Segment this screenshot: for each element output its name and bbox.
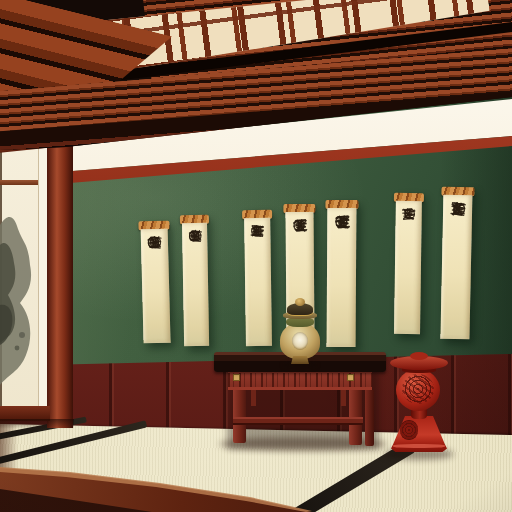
panel-crossbar: [0, 180, 38, 185]
table-leg: [365, 390, 374, 446]
table-spandrel: [341, 390, 346, 406]
calligraphy-scroll-1: [140, 221, 170, 344]
calligraphy-scroll-2: [182, 215, 209, 346]
scroll-glyph-column: [141, 235, 171, 338]
lantern-openwork: [402, 374, 434, 404]
calligraphy-scroll-5: [326, 200, 356, 347]
shoji-wall: [0, 140, 74, 432]
lantern-base-relief: [400, 420, 418, 440]
calligraphy-glyph: [448, 200, 466, 218]
lidded-jar: [279, 298, 321, 368]
jar-knob: [295, 298, 305, 306]
calligraphy-scroll-3: [244, 210, 272, 346]
scroll-glyph-column: [327, 214, 357, 341]
table-stretcher: [233, 417, 363, 425]
ink-painting: [0, 185, 38, 416]
calligraphy-glyph: [145, 234, 161, 250]
calligraphy-glyph: [403, 207, 417, 221]
calligraphy-glyph: [332, 213, 350, 231]
calligraphy-glyph: [186, 228, 201, 243]
brass-mount: [233, 374, 240, 381]
jar-body: [280, 323, 320, 359]
jar-foot: [291, 356, 309, 364]
corner-post: [47, 142, 73, 428]
jar-floral-medallion: [292, 332, 308, 350]
lantern-finial: [410, 352, 428, 360]
lantern-base-rim: [393, 444, 445, 448]
scroll-glyph-column: [441, 201, 473, 334]
scroll-glyph-column: [394, 207, 422, 328]
brass-mount: [347, 374, 354, 381]
scroll-glyph-column: [244, 224, 272, 340]
table-spandrel: [251, 390, 256, 406]
scroll-glyph-column: [182, 229, 209, 340]
shoji-white-panel: [38, 146, 47, 412]
calligraphy-glyph: [249, 223, 264, 238]
scene-room: [0, 0, 512, 512]
calligraphy-glyph: [293, 218, 308, 233]
shoji-bottom-shadow: [0, 419, 74, 429]
calligraphy-scroll-7: [440, 187, 472, 340]
calligraphy-scroll-6: [394, 193, 422, 334]
red-lacquer-lantern: [388, 352, 452, 460]
